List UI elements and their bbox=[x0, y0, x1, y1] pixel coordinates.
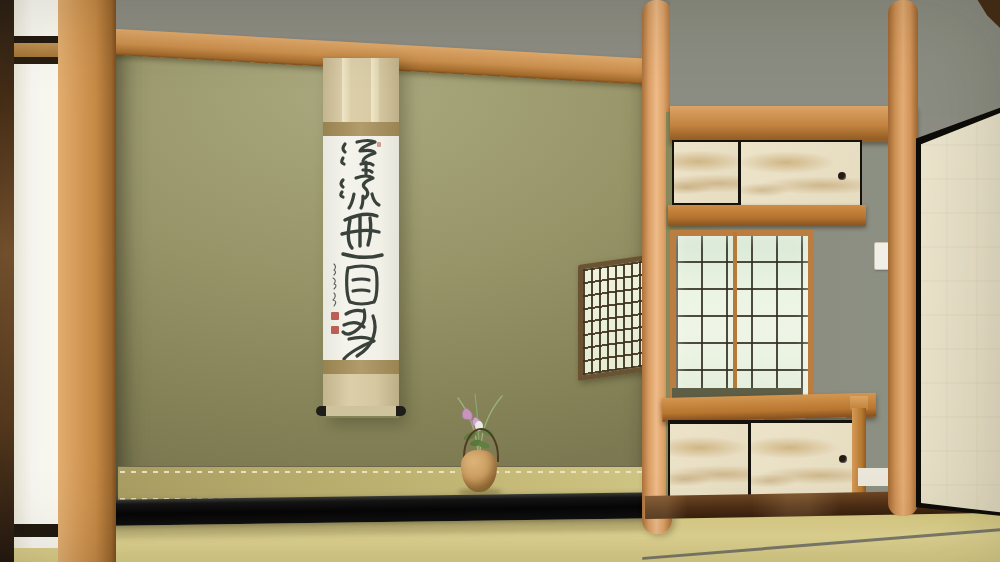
scroll-paper bbox=[323, 136, 399, 360]
right-bay-beam bbox=[670, 106, 918, 142]
lower-cabinet-door-left bbox=[670, 424, 748, 498]
lower-cabinet-door-right bbox=[751, 423, 853, 500]
scroll-bottom-mount bbox=[323, 374, 399, 408]
left-wood-post bbox=[58, 0, 116, 562]
scroll-cord bbox=[371, 58, 379, 122]
flower-vase bbox=[461, 450, 497, 492]
upper-cabinet-door-left bbox=[674, 142, 738, 203]
right-wood-pillar bbox=[888, 0, 918, 516]
scroll-band bbox=[323, 122, 399, 136]
left-window-light bbox=[14, 0, 60, 548]
scroll-band bbox=[323, 360, 399, 374]
scroll-top-mount bbox=[323, 58, 399, 122]
baseboard bbox=[858, 468, 892, 486]
hanging-scroll bbox=[323, 58, 399, 418]
window-muntin-bar bbox=[14, 43, 60, 57]
cabinet-shelf bbox=[668, 205, 866, 226]
cabinet-end-post bbox=[852, 408, 866, 502]
scroll-roller-rod bbox=[316, 406, 406, 416]
upper-wall-right bbox=[670, 0, 1000, 118]
door-pull bbox=[839, 455, 847, 463]
door-pull bbox=[838, 172, 846, 180]
window-muntin-shadow bbox=[14, 57, 60, 64]
chabana-arrangement bbox=[450, 386, 508, 498]
shoji-window bbox=[670, 230, 814, 404]
tea-room-photo bbox=[0, 0, 1000, 562]
lattice-side-window bbox=[578, 255, 648, 381]
window-muntin-shadow bbox=[14, 36, 60, 43]
left-door-frame bbox=[0, 0, 14, 562]
tatami-stitching bbox=[120, 471, 646, 473]
shoji-center-stile bbox=[733, 232, 737, 390]
scroll-cord bbox=[342, 58, 350, 122]
window-sill bbox=[14, 524, 60, 537]
calligraphy-artwork bbox=[323, 136, 399, 360]
fusuma-panel bbox=[916, 96, 1000, 520]
